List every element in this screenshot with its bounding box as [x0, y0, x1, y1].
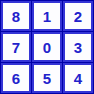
puzzle-board: 8 1 2 7 0 3 6 5 4 — [0, 0, 94, 94]
tile-r1c2[interactable]: 1 — [32, 1, 62, 31]
tile-r3c1[interactable]: 6 — [1, 63, 31, 93]
tile-r2c1[interactable]: 7 — [1, 32, 31, 62]
tile-r2c2[interactable]: 0 — [32, 32, 62, 62]
tile-r1c1[interactable]: 8 — [1, 1, 31, 31]
tile-r3c3[interactable]: 4 — [63, 63, 93, 93]
tile-r2c3[interactable]: 3 — [63, 32, 93, 62]
tile-r1c3[interactable]: 2 — [63, 1, 93, 31]
tile-r3c2[interactable]: 5 — [32, 63, 62, 93]
